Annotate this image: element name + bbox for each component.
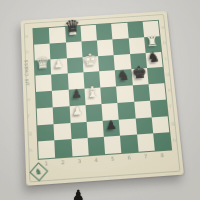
- piece-black-knight-c8[interactable]: ♞: [147, 50, 160, 64]
- piece-black-pawn-g5[interactable]: ♟: [105, 119, 117, 132]
- square-a5[interactable]: [96, 24, 113, 40]
- piece-white-rook-b8[interactable]: ♜: [145, 34, 158, 48]
- square-g8[interactable]: [151, 116, 169, 134]
- square-g7[interactable]: [135, 117, 153, 135]
- piece-white-queen-c1[interactable]: ♛: [35, 55, 51, 72]
- square-f8[interactable]: [150, 99, 168, 117]
- square-e6[interactable]: [116, 85, 133, 102]
- square-g2[interactable]: [54, 123, 71, 141]
- square-e5[interactable]: [100, 86, 117, 103]
- square-f4[interactable]: [85, 104, 102, 122]
- square-c5[interactable]: [98, 55, 115, 72]
- square-a2[interactable]: [49, 27, 65, 43]
- square-c3[interactable]: [66, 57, 83, 74]
- square-g3[interactable]: [70, 121, 87, 139]
- square-b5[interactable]: [97, 39, 114, 56]
- square-d8[interactable]: [147, 67, 164, 84]
- label-bottom-5: 5: [111, 156, 115, 162]
- square-h5[interactable]: [104, 136, 122, 154]
- square-a7[interactable]: [127, 22, 144, 38]
- label-left-g: g: [29, 130, 32, 136]
- square-e8[interactable]: [148, 83, 166, 100]
- square-f2[interactable]: [53, 106, 70, 124]
- square-a6[interactable]: [111, 23, 128, 39]
- square-a1[interactable]: [33, 28, 49, 44]
- coordinate-labels: 12345678abcdefghabcdefgh: [21, 11, 167, 21]
- square-e7[interactable]: [132, 84, 150, 101]
- square-h8[interactable]: [153, 132, 171, 150]
- square-h7[interactable]: [137, 134, 155, 152]
- piece-black-pawn-e3[interactable]: ♟: [71, 88, 82, 100]
- square-f6[interactable]: [118, 102, 136, 120]
- piece-black-king-d7[interactable]: ♚: [131, 64, 147, 81]
- piece-black-queen-top-border[interactable]: ♛: [64, 18, 80, 35]
- label-left-b: b: [26, 49, 29, 55]
- square-e2[interactable]: [52, 90, 69, 107]
- piece-white-pawn-f3[interactable]: ♟: [72, 104, 83, 117]
- label-left-h: h: [29, 147, 32, 153]
- square-g4[interactable]: [86, 120, 103, 138]
- label-bottom-1: 1: [45, 160, 49, 166]
- square-d1[interactable]: [35, 75, 52, 92]
- label-right-d: d: [166, 71, 170, 77]
- captured-piece-below-board[interactable]: ♟: [72, 188, 85, 200]
- square-d5[interactable]: [99, 70, 116, 87]
- label-bottom-3: 3: [78, 158, 82, 164]
- square-h2[interactable]: [55, 139, 72, 157]
- label-right-a: a: [161, 24, 165, 30]
- chess-board[interactable]: 12345678abcdefghabcdefgh US CHESS ♞ ♜♞♚♞…: [21, 11, 184, 186]
- square-f1[interactable]: [37, 107, 54, 125]
- label-bottom-2: 2: [61, 159, 65, 165]
- label-right-g: g: [171, 120, 175, 126]
- piece-white-bishop-e4[interactable]: ♝: [85, 85, 99, 100]
- board-frame: ♜♞♚♞♟♚♝♟♟♟♟♛♛: [32, 20, 172, 160]
- square-b3[interactable]: [66, 41, 83, 58]
- label-left-e: e: [27, 97, 30, 103]
- square-h3[interactable]: [71, 138, 89, 156]
- square-f7[interactable]: [134, 100, 152, 118]
- label-bottom-4: 4: [94, 157, 98, 163]
- square-g1[interactable]: [37, 124, 54, 142]
- piece-black-knight-d6[interactable]: ♞: [117, 67, 130, 81]
- label-right-b: b: [163, 40, 167, 46]
- square-e1[interactable]: [36, 91, 53, 108]
- label-right-c: c: [164, 55, 167, 61]
- label-bottom-7: 7: [144, 153, 148, 159]
- label-right-f: f: [169, 103, 171, 109]
- square-g6[interactable]: [119, 118, 137, 136]
- square-h4[interactable]: [87, 137, 105, 155]
- label-right-e: e: [168, 87, 172, 93]
- label-left-a: a: [25, 33, 28, 39]
- table-surface: 12345678abcdefghabcdefgh US CHESS ♞ ♜♞♚♞…: [0, 0, 200, 200]
- square-b6[interactable]: [113, 38, 130, 55]
- square-h1[interactable]: [38, 141, 55, 159]
- knight-logo-glyph: ♞: [35, 167, 43, 176]
- square-b7[interactable]: [128, 37, 145, 54]
- square-d2[interactable]: [51, 74, 68, 91]
- square-h6[interactable]: [120, 135, 138, 153]
- label-bottom-8: 8: [160, 152, 164, 158]
- square-a4[interactable]: [80, 25, 97, 41]
- piece-white-pawn-c2[interactable]: ♟: [53, 57, 64, 69]
- brand-text: US CHESS: [24, 59, 30, 85]
- label-left-f: f: [28, 113, 30, 119]
- label-right-h: h: [173, 136, 177, 142]
- label-bottom-6: 6: [127, 154, 131, 160]
- piece-white-king-c4[interactable]: ♚: [82, 52, 98, 69]
